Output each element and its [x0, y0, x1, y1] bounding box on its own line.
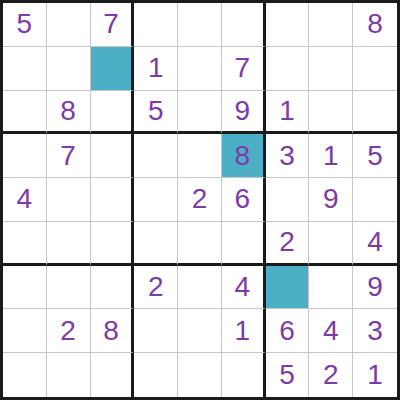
sudoku-cell-r4c3[interactable] [91, 134, 135, 178]
sudoku-cell-r4c8[interactable]: 1 [309, 134, 353, 178]
sudoku-cell-r7c5[interactable] [178, 266, 222, 310]
sudoku-cell-r3c4[interactable]: 5 [134, 91, 178, 135]
sudoku-cell-r4c2[interactable]: 7 [47, 134, 91, 178]
sudoku-cell-r2c3[interactable] [91, 47, 135, 91]
sudoku-cell-r2c8[interactable] [309, 47, 353, 91]
sudoku-cell-r4c1[interactable] [3, 134, 47, 178]
sudoku-cell-r3c7[interactable]: 1 [266, 91, 310, 135]
sudoku-cell-r9c3[interactable] [91, 353, 135, 397]
sudoku-cell-r9c1[interactable] [3, 353, 47, 397]
sudoku-cell-r6c3[interactable] [91, 222, 135, 266]
sudoku-cell-r9c6[interactable] [222, 353, 266, 397]
sudoku-cell-r7c2[interactable] [47, 266, 91, 310]
sudoku-cell-r3c3[interactable] [91, 91, 135, 135]
sudoku-cell-r5c6[interactable]: 6 [222, 178, 266, 222]
sudoku-cell-r5c8[interactable]: 9 [309, 178, 353, 222]
sudoku-cell-r1c6[interactable] [222, 3, 266, 47]
sudoku-cell-r7c3[interactable] [91, 266, 135, 310]
sudoku-cell-r3c2[interactable]: 8 [47, 91, 91, 135]
sudoku-cell-r5c2[interactable] [47, 178, 91, 222]
sudoku-cell-r2c7[interactable] [266, 47, 310, 91]
sudoku-cell-r2c2[interactable] [47, 47, 91, 91]
sudoku-cell-r1c2[interactable] [47, 3, 91, 47]
sudoku-cell-r5c5[interactable]: 2 [178, 178, 222, 222]
sudoku-cell-r6c9[interactable]: 4 [353, 222, 397, 266]
sudoku-board: 57817859178315426924249281643521 [0, 0, 400, 400]
sudoku-cell-r5c1[interactable]: 4 [3, 178, 47, 222]
sudoku-cell-r9c4[interactable] [134, 353, 178, 397]
sudoku-cell-r8c9[interactable]: 3 [353, 309, 397, 353]
sudoku-cell-r3c6[interactable]: 9 [222, 91, 266, 135]
sudoku-cell-r7c8[interactable] [309, 266, 353, 310]
sudoku-cell-r9c5[interactable] [178, 353, 222, 397]
sudoku-cell-r8c6[interactable]: 1 [222, 309, 266, 353]
sudoku-cell-r7c1[interactable] [3, 266, 47, 310]
sudoku-cell-r5c7[interactable] [266, 178, 310, 222]
sudoku-cell-r4c4[interactable] [134, 134, 178, 178]
sudoku-cell-r6c2[interactable] [47, 222, 91, 266]
sudoku-cell-r8c3[interactable]: 8 [91, 309, 135, 353]
sudoku-cell-r2c1[interactable] [3, 47, 47, 91]
sudoku-cell-r6c6[interactable] [222, 222, 266, 266]
sudoku-cell-r4c5[interactable] [178, 134, 222, 178]
sudoku-cell-r6c8[interactable] [309, 222, 353, 266]
sudoku-cell-r9c7[interactable]: 5 [266, 353, 310, 397]
sudoku-cell-r5c9[interactable] [353, 178, 397, 222]
sudoku-cell-r3c8[interactable] [309, 91, 353, 135]
sudoku-cell-r8c1[interactable] [3, 309, 47, 353]
sudoku-cell-r9c9[interactable]: 1 [353, 353, 397, 397]
sudoku-cell-r4c6[interactable]: 8 [222, 134, 266, 178]
sudoku-cell-r8c5[interactable] [178, 309, 222, 353]
sudoku-cell-r1c4[interactable] [134, 3, 178, 47]
sudoku-cell-r3c1[interactable] [3, 91, 47, 135]
sudoku-cell-r1c8[interactable] [309, 3, 353, 47]
sudoku-cell-r8c4[interactable] [134, 309, 178, 353]
sudoku-cell-r1c9[interactable]: 8 [353, 3, 397, 47]
sudoku-cell-r2c4[interactable]: 1 [134, 47, 178, 91]
sudoku-cell-r9c2[interactable] [47, 353, 91, 397]
sudoku-cell-r7c4[interactable]: 2 [134, 266, 178, 310]
sudoku-cell-r5c3[interactable] [91, 178, 135, 222]
sudoku-cell-r2c5[interactable] [178, 47, 222, 91]
sudoku-cell-r4c9[interactable]: 5 [353, 134, 397, 178]
sudoku-cell-r1c1[interactable]: 5 [3, 3, 47, 47]
sudoku-cell-r8c7[interactable]: 6 [266, 309, 310, 353]
sudoku-cell-r3c9[interactable] [353, 91, 397, 135]
sudoku-cell-r3c5[interactable] [178, 91, 222, 135]
sudoku-cell-r6c1[interactable] [3, 222, 47, 266]
sudoku-cell-r8c2[interactable]: 2 [47, 309, 91, 353]
sudoku-cell-r2c9[interactable] [353, 47, 397, 91]
sudoku-cell-r7c7[interactable] [266, 266, 310, 310]
sudoku-cell-r6c5[interactable] [178, 222, 222, 266]
sudoku-cell-r1c7[interactable] [266, 3, 310, 47]
sudoku-cell-r6c4[interactable] [134, 222, 178, 266]
sudoku-cell-r8c8[interactable]: 4 [309, 309, 353, 353]
sudoku-cell-r1c3[interactable]: 7 [91, 3, 135, 47]
sudoku-cell-r7c9[interactable]: 9 [353, 266, 397, 310]
sudoku-cell-r6c7[interactable]: 2 [266, 222, 310, 266]
sudoku-cell-r4c7[interactable]: 3 [266, 134, 310, 178]
sudoku-cell-r2c6[interactable]: 7 [222, 47, 266, 91]
sudoku-cell-r5c4[interactable] [134, 178, 178, 222]
sudoku-cell-r1c5[interactable] [178, 3, 222, 47]
sudoku-cell-r7c6[interactable]: 4 [222, 266, 266, 310]
sudoku-cell-r9c8[interactable]: 2 [309, 353, 353, 397]
